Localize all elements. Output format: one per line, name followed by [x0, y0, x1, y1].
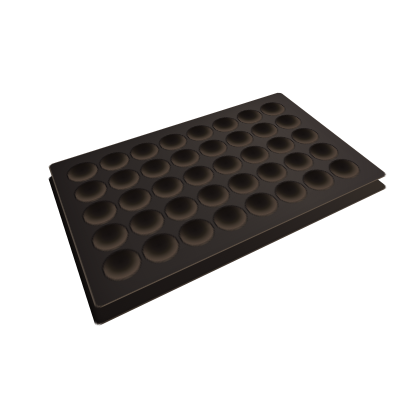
muffin-cup: [99, 245, 145, 286]
muffin-cup: [175, 215, 219, 250]
product-photo-canvas: [0, 0, 400, 400]
muffin-cup: [139, 230, 184, 268]
